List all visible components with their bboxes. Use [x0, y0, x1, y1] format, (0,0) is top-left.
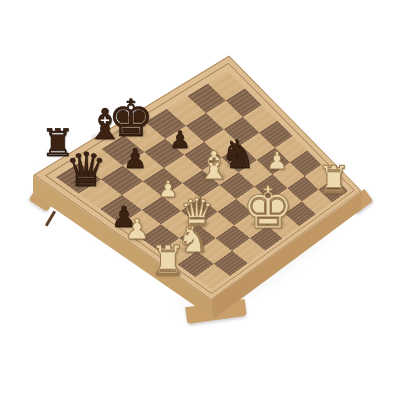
board-foot: [185, 299, 247, 324]
piece-dark-pawn-b3[interactable]: ♟: [119, 145, 151, 172]
piece-dark-queen-b1[interactable]: ♛: [58, 146, 114, 193]
chess-set-photo: ♚♝♟♜♞♟♟♝♛♜♟♛♚♟♟♞♜: [0, 0, 400, 400]
piece-light-king-h6[interactable]: ♚: [233, 179, 303, 237]
pieces-layer: ♚♝♟♜♞♟♟♝♛♜♟♛♚♟♟♞♜: [0, 0, 400, 400]
piece-light-pawn-f7[interactable]: ♟: [263, 149, 292, 173]
piece-light-bishop-e6[interactable]: ♝: [191, 146, 238, 185]
piece-dark-bishop-a3[interactable]: ♝: [80, 104, 130, 146]
board-foot: [29, 187, 56, 212]
piece-light-rook-h2[interactable]: ♜: [143, 241, 192, 282]
piece-light-rook-g8[interactable]: ♜: [311, 161, 357, 199]
piece-light-pawn-e2[interactable]: ♟: [120, 216, 154, 244]
hinge-seam: [45, 210, 56, 226]
